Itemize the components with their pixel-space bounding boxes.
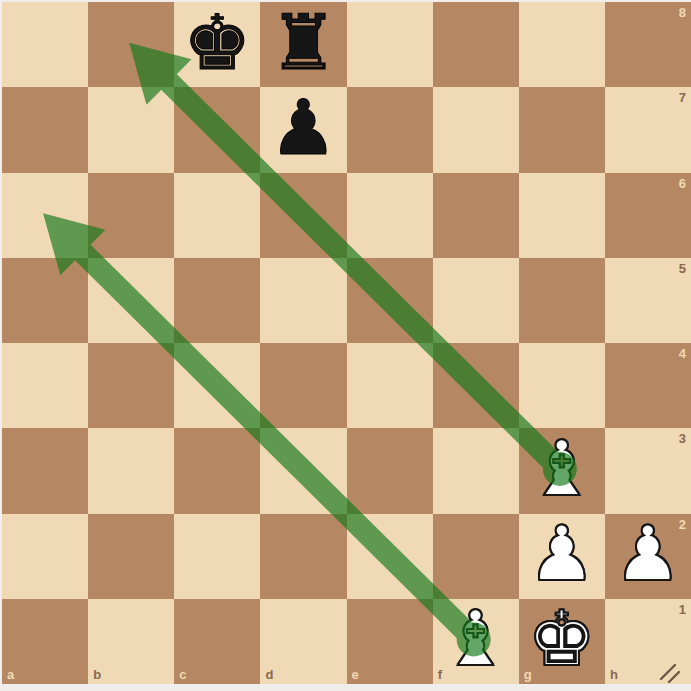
square-g4[interactable] (519, 343, 605, 428)
square-e4[interactable] (347, 343, 433, 428)
square-a1[interactable]: a (2, 599, 88, 684)
rank-label-6: 6 (679, 177, 686, 190)
white-pawn[interactable]: ♟ (528, 516, 596, 592)
square-f3[interactable] (433, 428, 519, 513)
square-d5[interactable] (260, 258, 346, 343)
square-f6[interactable] (433, 173, 519, 258)
square-h2[interactable]: 2♟ (605, 514, 691, 599)
square-e3[interactable] (347, 428, 433, 513)
square-a7[interactable] (2, 87, 88, 172)
square-g3[interactable]: ♝ (519, 428, 605, 513)
white-pawn[interactable]: ♟ (614, 516, 682, 592)
black-king[interactable]: ♚ (183, 5, 251, 81)
square-g8[interactable] (519, 2, 605, 87)
square-b7[interactable] (88, 87, 174, 172)
square-g7[interactable] (519, 87, 605, 172)
resize-grip-icon[interactable] (656, 659, 682, 685)
square-e7[interactable] (347, 87, 433, 172)
square-h7[interactable]: 7 (605, 87, 691, 172)
square-d1[interactable]: d (260, 599, 346, 684)
square-c1[interactable]: c (174, 599, 260, 684)
square-h4[interactable]: 4 (605, 343, 691, 428)
square-d4[interactable] (260, 343, 346, 428)
square-h8[interactable]: 8 (605, 2, 691, 87)
file-label-b: b (93, 668, 101, 681)
black-pawn[interactable]: ♟ (269, 90, 337, 166)
square-c5[interactable] (174, 258, 260, 343)
square-c3[interactable] (174, 428, 260, 513)
square-h3[interactable]: 3 (605, 428, 691, 513)
square-a5[interactable] (2, 258, 88, 343)
square-d7[interactable]: ♟ (260, 87, 346, 172)
square-b8[interactable] (88, 2, 174, 87)
white-bishop[interactable]: ♝ (528, 431, 596, 507)
rank-label-5: 5 (679, 262, 686, 275)
square-c6[interactable] (174, 173, 260, 258)
square-b6[interactable] (88, 173, 174, 258)
file-label-e: e (352, 668, 359, 681)
square-d3[interactable] (260, 428, 346, 513)
rank-label-8: 8 (679, 6, 686, 19)
rank-label-7: 7 (679, 91, 686, 104)
square-a4[interactable] (2, 343, 88, 428)
square-b4[interactable] (88, 343, 174, 428)
square-h5[interactable]: 5 (605, 258, 691, 343)
square-f1[interactable]: f♝ (433, 599, 519, 684)
square-a2[interactable] (2, 514, 88, 599)
square-f4[interactable] (433, 343, 519, 428)
square-a8[interactable] (2, 2, 88, 87)
square-g5[interactable] (519, 258, 605, 343)
rank-label-4: 4 (679, 347, 686, 360)
square-e2[interactable] (347, 514, 433, 599)
square-e5[interactable] (347, 258, 433, 343)
white-bishop[interactable]: ♝ (442, 601, 510, 677)
square-b2[interactable] (88, 514, 174, 599)
square-d2[interactable] (260, 514, 346, 599)
square-c2[interactable] (174, 514, 260, 599)
white-king[interactable]: ♚ (528, 601, 596, 677)
square-c4[interactable] (174, 343, 260, 428)
square-e6[interactable] (347, 173, 433, 258)
square-d6[interactable] (260, 173, 346, 258)
square-d8[interactable]: ♜ (260, 2, 346, 87)
square-e8[interactable] (347, 2, 433, 87)
square-b1[interactable]: b (88, 599, 174, 684)
square-f7[interactable] (433, 87, 519, 172)
square-g1[interactable]: g♚ (519, 599, 605, 684)
square-f8[interactable] (433, 2, 519, 87)
square-b3[interactable] (88, 428, 174, 513)
file-label-c: c (179, 668, 186, 681)
square-g2[interactable]: ♟ (519, 514, 605, 599)
square-e1[interactable]: e (347, 599, 433, 684)
rank-label-3: 3 (679, 432, 686, 445)
square-f2[interactable] (433, 514, 519, 599)
square-a6[interactable] (2, 173, 88, 258)
square-b5[interactable] (88, 258, 174, 343)
chess-board[interactable]: ♚♜8♟7654♝3♟2♟abcdef♝g♚h1 (2, 2, 691, 684)
file-label-a: a (7, 668, 14, 681)
square-c7[interactable] (174, 87, 260, 172)
file-label-h: h (610, 668, 618, 681)
black-rook[interactable]: ♜ (269, 5, 337, 81)
square-f5[interactable] (433, 258, 519, 343)
square-c8[interactable]: ♚ (174, 2, 260, 87)
square-g6[interactable] (519, 173, 605, 258)
square-h6[interactable]: 6 (605, 173, 691, 258)
file-label-d: d (265, 668, 273, 681)
square-a3[interactable] (2, 428, 88, 513)
rank-label-1: 1 (679, 603, 686, 616)
